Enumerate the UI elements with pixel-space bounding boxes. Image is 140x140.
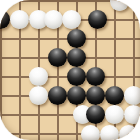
black-stone bbox=[67, 67, 86, 86]
black-stone bbox=[48, 48, 67, 67]
black-stone bbox=[67, 48, 86, 67]
white-stone bbox=[44, 10, 63, 29]
white-stone bbox=[100, 125, 119, 140]
white-stone bbox=[119, 125, 138, 140]
black-stone bbox=[0, 10, 10, 29]
white-stone bbox=[10, 10, 29, 29]
white-stone bbox=[105, 105, 124, 124]
black-stone bbox=[86, 67, 105, 86]
white-stone bbox=[62, 10, 81, 29]
white-stone bbox=[124, 86, 140, 105]
go-board bbox=[0, 0, 140, 140]
black-stone bbox=[48, 86, 67, 105]
white-stone bbox=[81, 125, 100, 140]
white-stone bbox=[29, 86, 48, 105]
black-stone bbox=[67, 29, 86, 48]
black-stone bbox=[88, 10, 107, 29]
black-stone bbox=[67, 86, 86, 105]
white-stone bbox=[124, 105, 140, 124]
go-board-app-icon[interactable] bbox=[0, 0, 140, 140]
white-stone bbox=[29, 67, 48, 86]
black-stone bbox=[86, 105, 105, 124]
black-stone bbox=[105, 86, 124, 105]
black-stone bbox=[86, 86, 105, 105]
